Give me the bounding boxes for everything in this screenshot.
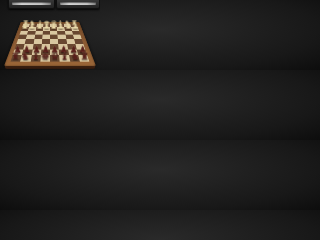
chess-board: ♜♞♝♚♛♝♞♜♟♟♟♟♟♟♟♟♟♟♟♟♟♟♟♟♜♞♝♚♛♝♞♜	[4, 22, 96, 66]
square-a8[interactable]	[78, 55, 90, 62]
captured-pieces-tray-right	[56, 0, 100, 9]
square-f8[interactable]	[30, 55, 40, 62]
tray-right-interior	[60, 2, 96, 5]
board-frame: ♜♞♝♚♛♝♞♜♟♟♟♟♟♟♟♟♟♟♟♟♟♟♟♟♜♞♝♚♛♝♞♜	[4, 22, 96, 66]
board-grid	[10, 24, 89, 62]
square-d8[interactable]	[50, 55, 60, 62]
captured-pieces-tray-left	[8, 0, 55, 9]
square-e8[interactable]	[40, 55, 50, 62]
tray-left-interior	[12, 2, 51, 5]
